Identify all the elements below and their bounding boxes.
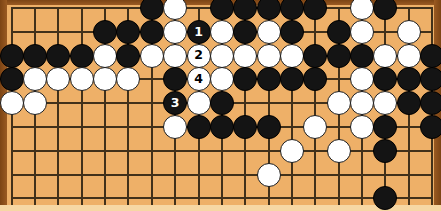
white-stone <box>350 67 374 91</box>
black-stone <box>303 67 327 91</box>
white-stone <box>350 20 374 44</box>
white-stone <box>350 0 374 20</box>
black-stone <box>280 20 304 44</box>
white-stone <box>233 44 257 68</box>
black-stone <box>280 67 304 91</box>
white-stone <box>397 44 421 68</box>
black-stone <box>70 44 94 68</box>
move-number-label: 1 <box>194 26 203 39</box>
white-stone <box>163 0 187 20</box>
white-stone <box>93 44 117 68</box>
white-stone <box>163 44 187 68</box>
black-stone <box>280 0 304 20</box>
black-stone <box>257 0 281 20</box>
black-stone <box>210 115 234 139</box>
black-stone <box>420 44 441 68</box>
black-stone <box>0 44 24 68</box>
white-stone <box>257 163 281 187</box>
black-stone <box>420 91 441 115</box>
black-stone <box>303 44 327 68</box>
white-stone <box>280 44 304 68</box>
black-stone <box>23 44 47 68</box>
black-stone <box>420 115 441 139</box>
black-stone <box>233 115 257 139</box>
white-stone <box>280 139 304 163</box>
white-stone <box>163 20 187 44</box>
white-stone <box>350 91 374 115</box>
white-stone <box>163 115 187 139</box>
black-stone <box>0 67 24 91</box>
white-stone <box>116 67 140 91</box>
numbered-white-stone: 4 <box>187 67 211 91</box>
black-stone <box>373 67 397 91</box>
black-stone <box>210 0 234 20</box>
white-stone <box>257 20 281 44</box>
grid-vertical-line <box>314 7 316 210</box>
white-stone <box>23 67 47 91</box>
black-stone <box>210 91 234 115</box>
black-stone <box>93 20 117 44</box>
white-stone <box>327 139 351 163</box>
white-stone <box>187 91 211 115</box>
black-stone <box>327 44 351 68</box>
grid-horizontal-line <box>11 174 433 176</box>
black-stone <box>373 115 397 139</box>
black-stone <box>116 44 140 68</box>
go-board[interactable]: 1243 <box>0 0 441 211</box>
white-stone <box>350 115 374 139</box>
grid-horizontal-line <box>11 150 433 152</box>
black-stone <box>140 20 164 44</box>
white-stone <box>373 44 397 68</box>
white-stone <box>210 20 234 44</box>
move-number-label: 2 <box>194 49 203 62</box>
black-stone <box>233 67 257 91</box>
white-stone <box>303 115 327 139</box>
black-stone <box>140 0 164 20</box>
numbered-black-stone: 1 <box>187 20 211 44</box>
black-stone <box>397 91 421 115</box>
screenshot-root: 1243 <box>0 0 441 211</box>
white-stone <box>397 20 421 44</box>
grid-horizontal-line <box>11 197 433 199</box>
black-stone <box>373 139 397 163</box>
move-number-label: 3 <box>171 97 180 110</box>
black-stone <box>420 67 441 91</box>
black-stone <box>397 67 421 91</box>
black-stone <box>303 0 327 20</box>
black-stone <box>116 20 140 44</box>
move-number-label: 4 <box>194 73 203 86</box>
numbered-white-stone: 2 <box>187 44 211 68</box>
grid-vertical-line <box>81 7 83 210</box>
grid-vertical-line <box>57 7 59 210</box>
black-stone <box>257 115 281 139</box>
white-stone <box>327 91 351 115</box>
black-stone <box>350 44 374 68</box>
white-stone <box>140 44 164 68</box>
white-stone <box>0 91 24 115</box>
white-stone <box>23 91 47 115</box>
white-stone <box>210 44 234 68</box>
black-stone <box>373 0 397 20</box>
black-stone <box>257 67 281 91</box>
board-edge-bottom <box>0 205 441 211</box>
white-stone <box>257 44 281 68</box>
black-stone <box>163 67 187 91</box>
black-stone <box>233 20 257 44</box>
black-stone <box>327 20 351 44</box>
white-stone <box>70 67 94 91</box>
white-stone <box>373 91 397 115</box>
white-stone <box>210 67 234 91</box>
numbered-black-stone: 3 <box>163 91 187 115</box>
black-stone <box>46 44 70 68</box>
white-stone <box>93 67 117 91</box>
black-stone <box>233 0 257 20</box>
black-stone <box>187 115 211 139</box>
white-stone <box>46 67 70 91</box>
